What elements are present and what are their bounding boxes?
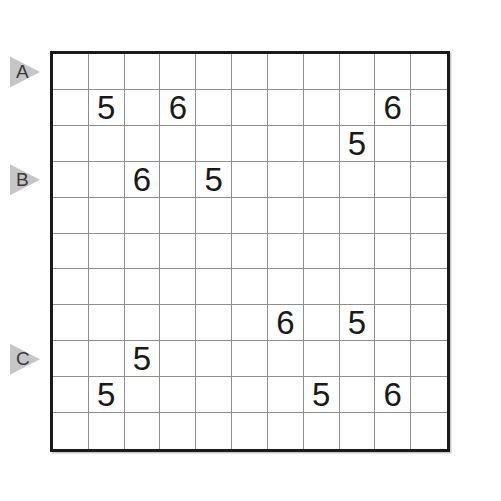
clue-cell: 5 [304, 377, 340, 413]
empty-cell[interactable] [340, 269, 376, 305]
clue-cell: 6 [375, 90, 411, 126]
clue-cell: 5 [89, 377, 125, 413]
clue-cell: 5 [125, 341, 161, 377]
empty-cell[interactable] [125, 413, 161, 449]
empty-cell[interactable] [125, 90, 161, 126]
empty-cell[interactable] [268, 90, 304, 126]
empty-cell[interactable] [196, 269, 232, 305]
empty-cell[interactable] [304, 90, 340, 126]
empty-cell[interactable] [268, 54, 304, 90]
empty-cell[interactable] [125, 377, 161, 413]
empty-cell[interactable] [375, 305, 411, 341]
empty-cell[interactable] [232, 377, 268, 413]
empty-cell[interactable] [375, 341, 411, 377]
empty-cell[interactable] [53, 305, 89, 341]
empty-cell[interactable] [160, 234, 196, 270]
empty-cell[interactable] [304, 305, 340, 341]
empty-cell[interactable] [411, 341, 447, 377]
empty-cell[interactable] [89, 162, 125, 198]
empty-cell[interactable] [375, 126, 411, 162]
empty-cell[interactable] [196, 341, 232, 377]
empty-cell[interactable] [196, 126, 232, 162]
empty-cell[interactable] [411, 413, 447, 449]
empty-cell[interactable] [160, 162, 196, 198]
empty-cell[interactable] [411, 198, 447, 234]
clue-cell: 6 [375, 377, 411, 413]
empty-cell[interactable] [125, 54, 161, 90]
empty-cell[interactable] [89, 413, 125, 449]
empty-cell[interactable] [196, 377, 232, 413]
empty-cell[interactable] [89, 198, 125, 234]
empty-cell[interactable] [340, 54, 376, 90]
empty-cell[interactable] [268, 269, 304, 305]
empty-cell[interactable] [89, 234, 125, 270]
empty-cell[interactable] [304, 269, 340, 305]
empty-cell[interactable] [125, 305, 161, 341]
empty-cell[interactable] [268, 198, 304, 234]
empty-cell[interactable] [125, 269, 161, 305]
empty-cell[interactable] [160, 269, 196, 305]
clue-cell: 5 [340, 305, 376, 341]
empty-cell[interactable] [411, 162, 447, 198]
empty-cell[interactable] [375, 269, 411, 305]
answer-row-marker-a: A [10, 56, 40, 87]
empty-cell[interactable] [160, 413, 196, 449]
clue-cell: 5 [340, 126, 376, 162]
empty-cell[interactable] [304, 126, 340, 162]
empty-cell[interactable] [304, 234, 340, 270]
empty-cell[interactable] [53, 234, 89, 270]
empty-cell[interactable] [89, 54, 125, 90]
clue-cell: 6 [125, 162, 161, 198]
answer-row-marker-c: C [10, 344, 40, 375]
puzzle-board: 566565655556 [50, 51, 450, 452]
empty-cell[interactable] [304, 341, 340, 377]
empty-cell[interactable] [160, 341, 196, 377]
empty-cell[interactable] [89, 126, 125, 162]
empty-cell[interactable] [304, 162, 340, 198]
empty-cell[interactable] [340, 377, 376, 413]
empty-cell[interactable] [53, 198, 89, 234]
empty-cell[interactable] [375, 198, 411, 234]
empty-cell[interactable] [160, 305, 196, 341]
empty-cell[interactable] [196, 305, 232, 341]
empty-cell[interactable] [304, 198, 340, 234]
empty-cell[interactable] [196, 198, 232, 234]
clue-cell: 5 [196, 162, 232, 198]
empty-cell[interactable] [232, 162, 268, 198]
empty-cell[interactable] [89, 269, 125, 305]
empty-cell[interactable] [53, 413, 89, 449]
empty-cell[interactable] [232, 269, 268, 305]
empty-cell[interactable] [160, 198, 196, 234]
empty-cell[interactable] [232, 126, 268, 162]
empty-cell[interactable] [232, 90, 268, 126]
empty-cell[interactable] [53, 341, 89, 377]
empty-cell[interactable] [268, 234, 304, 270]
empty-cell[interactable] [411, 305, 447, 341]
empty-cell[interactable] [232, 413, 268, 449]
empty-cell[interactable] [196, 413, 232, 449]
empty-cell[interactable] [411, 234, 447, 270]
empty-cell[interactable] [268, 413, 304, 449]
marker-label: C [16, 348, 30, 370]
empty-cell[interactable] [411, 90, 447, 126]
empty-cell[interactable] [53, 90, 89, 126]
empty-cell[interactable] [53, 126, 89, 162]
empty-cell[interactable] [232, 341, 268, 377]
empty-cell[interactable] [340, 234, 376, 270]
empty-cell[interactable] [89, 305, 125, 341]
empty-cell[interactable] [53, 162, 89, 198]
empty-cell[interactable] [340, 198, 376, 234]
empty-cell[interactable] [268, 162, 304, 198]
empty-cell[interactable] [375, 54, 411, 90]
answer-row-marker-b: B [10, 164, 40, 195]
empty-cell[interactable] [160, 126, 196, 162]
empty-cell[interactable] [196, 90, 232, 126]
empty-cell[interactable] [268, 126, 304, 162]
empty-cell[interactable] [304, 54, 340, 90]
marker-label: B [16, 169, 29, 191]
empty-cell[interactable] [375, 234, 411, 270]
empty-cell[interactable] [53, 377, 89, 413]
empty-cell[interactable] [160, 54, 196, 90]
empty-cell[interactable] [340, 413, 376, 449]
clue-cell: 6 [268, 305, 304, 341]
empty-cell[interactable] [125, 234, 161, 270]
empty-cell[interactable] [411, 377, 447, 413]
empty-cell[interactable] [340, 90, 376, 126]
clue-cell: 5 [89, 90, 125, 126]
empty-cell[interactable] [232, 198, 268, 234]
empty-cell[interactable] [53, 54, 89, 90]
empty-cell[interactable] [125, 126, 161, 162]
empty-cell[interactable] [268, 341, 304, 377]
empty-cell[interactable] [340, 341, 376, 377]
empty-cell[interactable] [196, 234, 232, 270]
empty-cell[interactable] [411, 54, 447, 90]
empty-cell[interactable] [125, 198, 161, 234]
empty-cell[interactable] [196, 54, 232, 90]
empty-cell[interactable] [340, 162, 376, 198]
marker-label: A [16, 61, 29, 83]
empty-cell[interactable] [375, 162, 411, 198]
empty-cell[interactable] [232, 305, 268, 341]
empty-cell[interactable] [232, 234, 268, 270]
empty-cell[interactable] [89, 341, 125, 377]
clue-cell: 6 [160, 90, 196, 126]
empty-cell[interactable] [53, 269, 89, 305]
empty-cell[interactable] [375, 413, 411, 449]
empty-cell[interactable] [232, 54, 268, 90]
empty-cell[interactable] [268, 377, 304, 413]
empty-cell[interactable] [304, 413, 340, 449]
empty-cell[interactable] [411, 269, 447, 305]
empty-cell[interactable] [411, 126, 447, 162]
empty-cell[interactable] [160, 377, 196, 413]
